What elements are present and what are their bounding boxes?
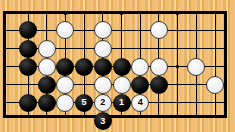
white-stone[interactable] [131, 58, 149, 76]
black-stone[interactable] [19, 21, 37, 39]
black-stone[interactable] [113, 58, 131, 76]
move-5-black-stone[interactable]: 5 [75, 94, 93, 112]
star-point [120, 12, 123, 15]
move-2-white-stone[interactable]: 2 [94, 94, 112, 112]
move-4-white-stone[interactable]: 4 [131, 94, 149, 112]
black-stone[interactable] [19, 40, 37, 58]
white-stone[interactable] [56, 76, 74, 94]
black-stone[interactable] [19, 94, 37, 112]
black-stone[interactable] [150, 76, 168, 94]
white-stone[interactable] [206, 76, 224, 94]
white-stone[interactable] [113, 76, 131, 94]
white-stone[interactable] [94, 40, 112, 58]
black-stone[interactable] [19, 58, 37, 76]
grid-vline [177, 13, 178, 115]
grid-vline [215, 13, 216, 115]
black-stone[interactable] [94, 58, 112, 76]
white-stone[interactable] [150, 21, 168, 39]
white-stone[interactable] [94, 21, 112, 39]
move-1-black-stone[interactable]: 1 [113, 94, 131, 112]
go-board-diagram[interactable]: 52143 [0, 0, 235, 132]
star-point [64, 12, 67, 15]
black-stone[interactable] [38, 76, 56, 94]
white-stone[interactable] [38, 58, 56, 76]
grid-hline [6, 30, 224, 31]
star-point [176, 12, 179, 15]
white-stone[interactable] [38, 40, 56, 58]
star-point [176, 65, 179, 68]
black-stone[interactable] [56, 58, 74, 76]
white-stone[interactable] [187, 58, 205, 76]
move-3-black-stone[interactable]: 3 [94, 112, 112, 130]
white-stone[interactable] [150, 58, 168, 76]
white-stone[interactable] [56, 94, 74, 112]
black-stone[interactable] [75, 58, 93, 76]
white-stone[interactable] [94, 76, 112, 94]
black-stone[interactable] [38, 94, 56, 112]
black-stone[interactable] [131, 76, 149, 94]
